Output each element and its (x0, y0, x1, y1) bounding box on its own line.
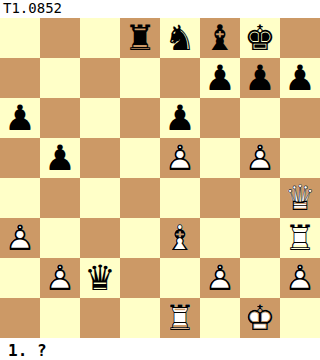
square-f3[interactable] (200, 218, 240, 258)
square-d8[interactable]: ♜ (120, 18, 160, 58)
square-f2[interactable]: ♟♙ (200, 258, 240, 298)
square-h8[interactable] (280, 18, 320, 58)
square-h3[interactable]: ♜♖ (280, 218, 320, 258)
square-b2[interactable]: ♟♙ (40, 258, 80, 298)
square-a1[interactable] (0, 298, 40, 338)
piece-black-pawn-h7[interactable]: ♟ (280, 58, 320, 98)
piece-black-bishop-f8[interactable]: ♝ (200, 18, 240, 58)
piece-black-pawn-b5[interactable]: ♟ (40, 138, 80, 178)
square-b4[interactable] (40, 178, 80, 218)
square-e6[interactable]: ♟ (160, 98, 200, 138)
square-h6[interactable] (280, 98, 320, 138)
square-h4[interactable]: ♛♕ (280, 178, 320, 218)
square-d2[interactable] (120, 258, 160, 298)
square-c4[interactable] (80, 178, 120, 218)
square-a8[interactable] (0, 18, 40, 58)
square-h1[interactable] (280, 298, 320, 338)
move-prompt: 1. ? (0, 338, 320, 360)
square-f4[interactable] (200, 178, 240, 218)
square-f7[interactable]: ♟ (200, 58, 240, 98)
square-g4[interactable] (240, 178, 280, 218)
piece-black-knight-e8[interactable]: ♞ (160, 18, 200, 58)
chess-board: ♜♞♝♚♟♟♟♟♟♟♟♙♟♙♛♕♟♙♝♗♜♖♟♙♛♟♙♟♙♜♖♚♔ (0, 18, 320, 338)
square-a3[interactable]: ♟♙ (0, 218, 40, 258)
square-e5[interactable]: ♟♙ (160, 138, 200, 178)
piece-black-rook-d8[interactable]: ♜ (120, 18, 160, 58)
square-h5[interactable] (280, 138, 320, 178)
square-c1[interactable] (80, 298, 120, 338)
square-g7[interactable]: ♟ (240, 58, 280, 98)
piece-white-pawn-g5[interactable]: ♙ (240, 138, 280, 178)
square-b5[interactable]: ♟ (40, 138, 80, 178)
square-c7[interactable] (80, 58, 120, 98)
piece-white-pawn-b2[interactable]: ♙ (40, 258, 80, 298)
square-d4[interactable] (120, 178, 160, 218)
square-g6[interactable] (240, 98, 280, 138)
puzzle-title: T1.0852 (0, 0, 320, 18)
square-b6[interactable] (40, 98, 80, 138)
piece-white-rook-e1[interactable]: ♖ (160, 298, 200, 338)
square-c5[interactable] (80, 138, 120, 178)
square-d1[interactable] (120, 298, 160, 338)
square-e2[interactable] (160, 258, 200, 298)
square-c3[interactable] (80, 218, 120, 258)
square-a6[interactable]: ♟ (0, 98, 40, 138)
piece-white-bishop-e3[interactable]: ♗ (160, 218, 200, 258)
square-c2[interactable]: ♛ (80, 258, 120, 298)
square-f5[interactable] (200, 138, 240, 178)
square-c8[interactable] (80, 18, 120, 58)
square-h7[interactable]: ♟ (280, 58, 320, 98)
piece-white-queen-h4[interactable]: ♕ (280, 178, 320, 218)
square-g8[interactable]: ♚ (240, 18, 280, 58)
square-f8[interactable]: ♝ (200, 18, 240, 58)
piece-white-pawn-h2[interactable]: ♙ (280, 258, 320, 298)
piece-black-pawn-f7[interactable]: ♟ (200, 58, 240, 98)
square-d6[interactable] (120, 98, 160, 138)
square-e1[interactable]: ♜♖ (160, 298, 200, 338)
square-g2[interactable] (240, 258, 280, 298)
piece-white-king-g1[interactable]: ♔ (240, 298, 280, 338)
piece-white-rook-h3[interactable]: ♖ (280, 218, 320, 258)
piece-black-king-g8[interactable]: ♚ (240, 18, 280, 58)
piece-black-pawn-e6[interactable]: ♟ (160, 98, 200, 138)
square-b7[interactable] (40, 58, 80, 98)
square-a2[interactable] (0, 258, 40, 298)
square-g3[interactable] (240, 218, 280, 258)
square-b3[interactable] (40, 218, 80, 258)
square-e7[interactable] (160, 58, 200, 98)
square-e4[interactable] (160, 178, 200, 218)
piece-black-queen-c2[interactable]: ♛ (80, 258, 120, 298)
square-d3[interactable] (120, 218, 160, 258)
square-e3[interactable]: ♝♗ (160, 218, 200, 258)
square-a5[interactable] (0, 138, 40, 178)
square-h2[interactable]: ♟♙ (280, 258, 320, 298)
square-a4[interactable] (0, 178, 40, 218)
piece-white-pawn-e5[interactable]: ♙ (160, 138, 200, 178)
square-d5[interactable] (120, 138, 160, 178)
piece-black-pawn-g7[interactable]: ♟ (240, 58, 280, 98)
square-b8[interactable] (40, 18, 80, 58)
piece-black-pawn-a6[interactable]: ♟ (0, 98, 40, 138)
square-e8[interactable]: ♞ (160, 18, 200, 58)
piece-white-pawn-a3[interactable]: ♙ (0, 218, 40, 258)
square-d7[interactable] (120, 58, 160, 98)
piece-white-pawn-f2[interactable]: ♙ (200, 258, 240, 298)
square-b1[interactable] (40, 298, 80, 338)
square-g5[interactable]: ♟♙ (240, 138, 280, 178)
square-g1[interactable]: ♚♔ (240, 298, 280, 338)
square-c6[interactable] (80, 98, 120, 138)
square-f1[interactable] (200, 298, 240, 338)
square-f6[interactable] (200, 98, 240, 138)
square-a7[interactable] (0, 58, 40, 98)
